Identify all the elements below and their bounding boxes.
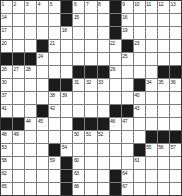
black-cell-r4c11: [122, 40, 133, 52]
cell-r2c4[interactable]: [37, 14, 48, 26]
cell-r14c9[interactable]: [98, 170, 109, 182]
clue-number: 6: [74, 1, 76, 7]
black-cell-r14c6: [61, 170, 72, 182]
black-cell-r5c2: [13, 53, 24, 65]
clue-number: 35: [158, 79, 163, 85]
cell-r3c5[interactable]: [49, 27, 60, 39]
cell-r12c4[interactable]: [37, 144, 48, 156]
black-cell-r10c9: [98, 118, 109, 130]
cell-r15c9[interactable]: [98, 183, 109, 195]
cell-r15c4[interactable]: [37, 183, 48, 195]
cell-r7c14[interactable]: 35: [158, 79, 169, 91]
cell-r5c15[interactable]: [170, 53, 181, 65]
cell-r11c6[interactable]: [61, 131, 72, 143]
cell-r11c5[interactable]: [49, 131, 60, 143]
cell-r10c13[interactable]: [146, 118, 157, 130]
black-cell-r13c6: [61, 157, 72, 169]
cell-r11c9[interactable]: 52: [98, 131, 109, 143]
black-cell-r15c10: [110, 183, 121, 195]
cell-r8c15[interactable]: [170, 92, 181, 104]
cell-r14c3[interactable]: [25, 170, 36, 182]
cell-r11c10[interactable]: [110, 131, 121, 143]
cell-r3c14[interactable]: [158, 27, 169, 39]
cell-r10c3[interactable]: 44: [25, 118, 36, 130]
clue-number: 36: [170, 79, 175, 85]
cell-r4c15[interactable]: [170, 40, 181, 52]
cell-r15c14[interactable]: [158, 183, 169, 195]
clue-number: 25: [122, 53, 127, 59]
clue-number: 5: [50, 1, 52, 7]
cell-r1c4[interactable]: 4: [37, 1, 48, 13]
black-cell-r9c11: [122, 105, 133, 117]
clue-number: 43: [134, 105, 139, 111]
clue-number: 19: [122, 27, 127, 33]
cell-r3c3[interactable]: [25, 27, 36, 39]
cell-r1c15[interactable]: 13: [170, 1, 181, 13]
cell-r8c6[interactable]: 39: [61, 92, 72, 104]
cell-r12c13[interactable]: 55: [146, 144, 157, 156]
cell-r14c1[interactable]: 62: [1, 170, 12, 182]
cell-r7c13[interactable]: 34: [146, 79, 157, 91]
black-cell-r7c12: [134, 79, 145, 91]
clue-number: 59: [50, 157, 55, 163]
cell-r6c3[interactable]: 28: [25, 66, 36, 78]
cell-r11c7[interactable]: 50: [73, 131, 84, 143]
clue-number: 22: [110, 40, 115, 46]
cell-r15c13[interactable]: [146, 183, 157, 195]
black-cell-r4c4: [37, 40, 48, 52]
cell-r11c11[interactable]: [122, 131, 133, 143]
clue-number: 16: [122, 14, 127, 20]
black-cell-r10c8: [85, 118, 96, 130]
clue-number: 51: [86, 131, 91, 137]
cell-r14c5[interactable]: [49, 170, 60, 182]
clue-number: 47: [122, 118, 127, 124]
cell-r11c3[interactable]: [25, 131, 36, 143]
cell-r7c1[interactable]: 30: [1, 79, 12, 91]
cell-r13c1[interactable]: 58: [1, 157, 12, 169]
cell-r8c10[interactable]: [110, 92, 121, 104]
cell-r8c1[interactable]: 37: [1, 92, 12, 104]
cell-r9c6[interactable]: [61, 105, 72, 117]
black-cell-r1c6: [61, 1, 72, 13]
cell-r5c5[interactable]: [49, 53, 60, 65]
cell-r4c13[interactable]: [146, 40, 157, 52]
clue-number: 63: [74, 170, 79, 176]
black-cell-r9c4: [37, 105, 48, 117]
cell-r12c11[interactable]: [122, 144, 133, 156]
cell-r13c14[interactable]: [158, 157, 169, 169]
cell-r5c11[interactable]: 25: [122, 53, 133, 65]
cell-r14c7[interactable]: 63: [73, 170, 84, 182]
cell-r15c7[interactable]: 66: [73, 183, 84, 195]
black-cell-r11c14: [158, 131, 169, 143]
clue-number: 7: [86, 1, 88, 7]
cell-r5c4[interactable]: 24: [37, 53, 48, 65]
clue-number: 27: [14, 66, 19, 72]
cell-r2c5[interactable]: [49, 14, 60, 26]
cell-r13c15[interactable]: [170, 157, 181, 169]
clue-number: 62: [2, 170, 7, 176]
cell-r12c3[interactable]: [25, 144, 36, 156]
cell-r14c14[interactable]: [158, 170, 169, 182]
clue-number: 3: [26, 1, 28, 7]
cell-r2c9[interactable]: [98, 14, 109, 26]
cell-r4c7[interactable]: [73, 40, 84, 52]
cell-r14c2[interactable]: [13, 170, 24, 182]
clue-number: 66: [74, 183, 79, 189]
cell-r1c9[interactable]: 8: [98, 1, 109, 13]
cell-r7c4[interactable]: [37, 79, 48, 91]
cell-r12c14[interactable]: 56: [158, 144, 169, 156]
clue-number: 18: [62, 27, 67, 33]
cell-r9c3[interactable]: [25, 105, 36, 117]
cell-r7c7[interactable]: 31: [73, 79, 84, 91]
clue-number: 29: [110, 66, 115, 72]
cell-r2c14[interactable]: [158, 14, 169, 26]
cell-r10c4[interactable]: 45: [37, 118, 48, 130]
cell-r13c2[interactable]: [13, 157, 24, 169]
cell-r1c5[interactable]: 5: [49, 1, 60, 13]
black-cell-r6c9: [98, 66, 109, 78]
cell-r4c3[interactable]: [25, 40, 36, 52]
clue-number: 57: [170, 144, 175, 150]
cell-r6c5[interactable]: [49, 66, 60, 78]
cell-r13c12[interactable]: 61: [134, 157, 145, 169]
clue-number: 33: [98, 79, 103, 85]
cell-r7c9[interactable]: 33: [98, 79, 109, 91]
black-cell-r12c12: [134, 144, 145, 156]
clue-number: 15: [74, 14, 79, 20]
cell-r4c12[interactable]: 23: [134, 40, 145, 52]
clue-number: 21: [50, 40, 55, 46]
cell-r8c4[interactable]: [37, 92, 48, 104]
cell-r8c13[interactable]: [146, 92, 157, 104]
black-cell-r6c8: [85, 66, 96, 78]
cell-r6c1[interactable]: 26: [1, 66, 12, 78]
cell-r11c12[interactable]: [134, 131, 145, 143]
clue-number: 49: [14, 131, 19, 137]
cell-r13c3[interactable]: [25, 157, 36, 169]
clue-number: 56: [158, 144, 163, 150]
cell-r8c3[interactable]: [25, 92, 36, 104]
black-cell-r14c10: [110, 170, 121, 182]
cell-r8c11[interactable]: [122, 92, 133, 104]
cell-r7c10[interactable]: [110, 79, 121, 91]
clue-number: 13: [170, 1, 175, 7]
cell-r3c13[interactable]: [146, 27, 157, 39]
black-cell-r6c14: [158, 66, 169, 78]
clue-number: 24: [38, 53, 43, 59]
cell-r13c4[interactable]: [37, 157, 48, 169]
cell-r13c10[interactable]: [110, 157, 121, 169]
clue-number: 2: [14, 1, 16, 7]
clue-number: 48: [2, 131, 7, 137]
cell-r7c3[interactable]: [25, 79, 36, 91]
clue-number: 53: [2, 144, 7, 150]
clue-number: 58: [2, 157, 7, 163]
cell-r3c2[interactable]: [13, 27, 24, 39]
clue-number: 52: [98, 131, 103, 137]
black-cell-r3c10: [110, 27, 121, 39]
cell-r6c13[interactable]: [146, 66, 157, 78]
cell-r14c12[interactable]: [134, 170, 145, 182]
black-cell-r6c7: [73, 66, 84, 78]
cell-r9c8[interactable]: [85, 105, 96, 117]
cell-r2c8[interactable]: [85, 14, 96, 26]
clue-number: 23: [134, 40, 139, 46]
clue-number: 55: [146, 144, 151, 150]
cell-r1c13[interactable]: 11: [146, 1, 157, 13]
clue-number: 11: [146, 1, 151, 7]
cell-r4c14[interactable]: [158, 40, 169, 52]
cell-r8c9[interactable]: [98, 92, 109, 104]
clue-number: 54: [62, 144, 67, 150]
cell-r13c11[interactable]: [122, 157, 133, 169]
cell-r11c2[interactable]: 49: [13, 131, 24, 143]
cell-r10c11[interactable]: 47: [122, 118, 133, 130]
cell-r5c8[interactable]: [85, 53, 96, 65]
cell-r13c9[interactable]: [98, 157, 109, 169]
cell-r15c3[interactable]: [25, 183, 36, 195]
cell-r15c12[interactable]: [134, 183, 145, 195]
cell-r6c2[interactable]: 27: [13, 66, 24, 78]
clue-number: 46: [110, 118, 115, 124]
clue-number: 9: [122, 1, 124, 7]
cell-r2c2[interactable]: [13, 14, 24, 26]
cell-r12c2[interactable]: [13, 144, 24, 156]
cell-r10c15[interactable]: [170, 118, 181, 130]
cell-r2c11[interactable]: 16: [122, 14, 133, 26]
cell-r14c15[interactable]: [170, 170, 181, 182]
cell-r2c7[interactable]: 15: [73, 14, 84, 26]
cell-r9c5[interactable]: 42: [49, 105, 60, 117]
cell-r3c7[interactable]: [73, 27, 84, 39]
cell-r3c9[interactable]: [98, 27, 109, 39]
black-cell-r10c1: [1, 118, 12, 130]
cell-r8c7[interactable]: [73, 92, 84, 104]
cell-r14c8[interactable]: [85, 170, 96, 182]
cell-r10c14[interactable]: [158, 118, 169, 130]
cell-r4c1[interactable]: 20: [1, 40, 12, 52]
clue-number: 30: [2, 79, 7, 85]
cell-r9c12[interactable]: 43: [134, 105, 145, 117]
cell-r12c8[interactable]: [85, 144, 96, 156]
cell-r3c6[interactable]: 18: [61, 27, 72, 39]
cell-r6c12[interactable]: [134, 66, 145, 78]
cell-r12c9[interactable]: [98, 144, 109, 156]
cell-r12c6[interactable]: 54: [61, 144, 72, 156]
cell-r9c7[interactable]: [73, 105, 84, 117]
black-cell-r2c10: [110, 14, 121, 26]
cell-r14c11[interactable]: 64: [122, 170, 133, 182]
cell-r11c1[interactable]: 48: [1, 131, 12, 143]
black-cell-r15c6: [61, 183, 72, 195]
cell-r2c15[interactable]: [170, 14, 181, 26]
clue-number: 31: [74, 79, 79, 85]
black-cell-r11c13: [146, 131, 157, 143]
cell-r3c4[interactable]: [37, 27, 48, 39]
cell-r5c6[interactable]: [61, 53, 72, 65]
cell-r15c15[interactable]: [170, 183, 181, 195]
clue-number: 10: [134, 1, 139, 7]
crossword-puzzle: 1234567891011121314151617181920212223242…: [0, 0, 182, 196]
cell-r3c15[interactable]: [170, 27, 181, 39]
cell-r1c14[interactable]: 12: [158, 1, 169, 13]
clue-number: 32: [86, 79, 91, 85]
clue-number: 37: [2, 92, 7, 98]
cell-r5c12[interactable]: [134, 53, 145, 65]
clue-number: 45: [38, 118, 43, 124]
clue-number: 64: [122, 170, 127, 176]
cell-r9c1[interactable]: 41: [1, 105, 12, 117]
cell-r1c3[interactable]: 3: [25, 1, 36, 13]
clue-number: 65: [2, 183, 7, 189]
cell-r15c1[interactable]: 65: [1, 183, 12, 195]
cell-r5c13[interactable]: [146, 53, 157, 65]
black-cell-r7c5: [49, 79, 60, 91]
clue-number: 28: [26, 66, 31, 72]
clue-number: 14: [2, 14, 7, 20]
cell-r14c13[interactable]: [146, 170, 157, 182]
clue-number: 39: [62, 92, 67, 98]
black-cell-r12c5: [49, 144, 60, 156]
black-cell-r6c15: [170, 66, 181, 78]
clue-number: 1: [2, 1, 4, 7]
cell-r3c8[interactable]: [85, 27, 96, 39]
cell-r10c10[interactable]: 46: [110, 118, 121, 130]
cell-r9c15[interactable]: [170, 105, 181, 117]
cell-r8c12[interactable]: 40: [134, 92, 145, 104]
cell-r12c10[interactable]: [110, 144, 121, 156]
cell-r4c5[interactable]: 21: [49, 40, 60, 52]
cell-r10c6[interactable]: [61, 118, 72, 130]
cell-r15c8[interactable]: [85, 183, 96, 195]
cell-r13c8[interactable]: [85, 157, 96, 169]
cell-r12c1[interactable]: 53: [1, 144, 12, 156]
black-cell-r5c3: [25, 53, 36, 65]
cell-r8c8[interactable]: [85, 92, 96, 104]
black-cell-r11c15: [170, 131, 181, 143]
black-cell-r5c1: [1, 53, 12, 65]
cell-r15c5[interactable]: [49, 183, 60, 195]
cell-r8c14[interactable]: [158, 92, 169, 104]
cell-r13c7[interactable]: 60: [73, 157, 84, 169]
black-cell-r10c2: [13, 118, 24, 130]
clue-number: 44: [26, 118, 31, 124]
crossword-grid: 1234567891011121314151617181920212223242…: [0, 0, 182, 196]
cell-r1c12[interactable]: 10: [134, 1, 145, 13]
cell-r3c12[interactable]: [134, 27, 145, 39]
clue-number: 42: [50, 105, 55, 111]
cell-r6c6[interactable]: [61, 66, 72, 78]
cell-r9c9[interactable]: [98, 105, 109, 117]
cell-r7c15[interactable]: 36: [170, 79, 181, 91]
cell-r2c3[interactable]: [25, 14, 36, 26]
cell-r8c5[interactable]: 38: [49, 92, 60, 104]
clue-number: 61: [134, 157, 139, 163]
cell-r2c1[interactable]: 14: [1, 14, 12, 26]
black-cell-r7c6: [61, 79, 72, 91]
cell-r1c7[interactable]: 6: [73, 1, 84, 13]
cell-r2c13[interactable]: [146, 14, 157, 26]
cell-r4c8[interactable]: [85, 40, 96, 52]
cell-r11c4[interactable]: [37, 131, 48, 143]
cell-r6c4[interactable]: [37, 66, 48, 78]
clue-number: 38: [50, 92, 55, 98]
cell-r7c8[interactable]: 32: [85, 79, 96, 91]
cell-r8c2[interactable]: [13, 92, 24, 104]
cell-r9c14[interactable]: [158, 105, 169, 117]
clue-number: 17: [2, 27, 7, 33]
cell-r9c13[interactable]: [146, 105, 157, 117]
cell-r4c6[interactable]: [61, 40, 72, 52]
black-cell-r10c7: [73, 118, 84, 130]
cell-r5c7[interactable]: [73, 53, 84, 65]
clue-number: 12: [158, 1, 163, 7]
cell-r11c8[interactable]: 51: [85, 131, 96, 143]
cell-r1c1[interactable]: 1: [1, 1, 12, 13]
cell-r1c8[interactable]: 7: [85, 1, 96, 13]
cell-r6c10[interactable]: 29: [110, 66, 121, 78]
cell-r10c12[interactable]: [134, 118, 145, 130]
clue-number: 40: [134, 92, 139, 98]
clue-number: 67: [122, 183, 127, 189]
clue-number: 50: [74, 131, 79, 137]
clue-number: 26: [2, 66, 7, 72]
cell-r3c11[interactable]: 19: [122, 27, 133, 39]
cell-r3c1[interactable]: 17: [1, 27, 12, 39]
black-cell-r2c6: [61, 14, 72, 26]
cell-r5c14[interactable]: [158, 53, 169, 65]
cell-r12c15[interactable]: 57: [170, 144, 181, 156]
cell-r1c2[interactable]: 2: [13, 1, 24, 13]
black-cell-r1c10: [110, 1, 121, 13]
cell-r4c2[interactable]: [13, 40, 24, 52]
clue-number: 60: [74, 157, 79, 163]
black-cell-r9c10: [110, 105, 121, 117]
cell-r9c2[interactable]: [13, 105, 24, 117]
cell-r13c13[interactable]: [146, 157, 157, 169]
cell-r2c12[interactable]: [134, 14, 145, 26]
cell-r15c11[interactable]: 67: [122, 183, 133, 195]
cell-r13c5[interactable]: 59: [49, 157, 60, 169]
clue-number: 34: [146, 79, 151, 85]
cell-r4c10[interactable]: 22: [110, 40, 121, 52]
cell-r7c11[interactable]: [122, 79, 133, 91]
cell-r5c9[interactable]: [98, 53, 109, 65]
cell-r10c5[interactable]: [49, 118, 60, 130]
clue-number: 41: [2, 105, 7, 111]
clue-number: 8: [98, 1, 100, 7]
cell-r6c11[interactable]: [122, 66, 133, 78]
cell-r1c11[interactable]: 9: [122, 1, 133, 13]
cell-r15c2[interactable]: [13, 183, 24, 195]
cell-r7c2[interactable]: [13, 79, 24, 91]
clue-number: 20: [2, 40, 7, 46]
cell-r14c4[interactable]: [37, 170, 48, 182]
cell-r5c10[interactable]: [110, 53, 121, 65]
cell-r4c9[interactable]: [98, 40, 109, 52]
clue-number: 4: [38, 1, 40, 7]
cell-r12c7[interactable]: [73, 144, 84, 156]
